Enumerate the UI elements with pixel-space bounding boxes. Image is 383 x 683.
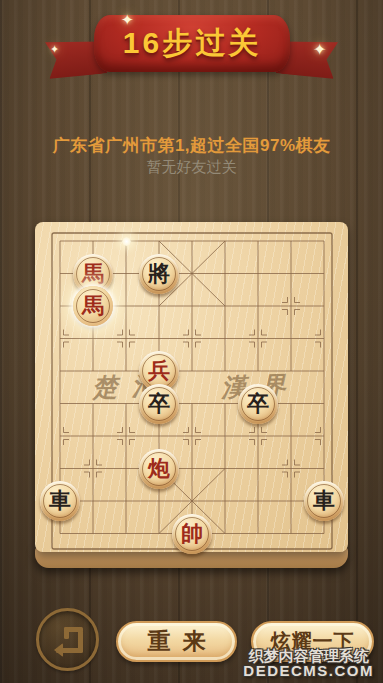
watermark-line1: 织梦内容管理系统 <box>243 648 374 663</box>
sparkle-icon: ✦ <box>50 43 59 56</box>
watermark: 织梦内容管理系统 DEDECMS.COM <box>243 648 374 678</box>
app-screen: 16步过关 ✦ ✦ ✦ 广东省广州市第1,超过全国97%棋友 暂无好友过关 楚 … <box>0 0 383 683</box>
sparkle-icon: ✦ <box>121 11 134 29</box>
watermark-line2: DEDECMS.COM <box>243 663 374 678</box>
restart-button[interactable]: 重来 <box>116 621 237 662</box>
piece-black-chariot[interactable]: 車 <box>40 481 80 521</box>
piece-black-soldier[interactable]: 卒 <box>139 384 179 424</box>
last-move-marker <box>122 237 131 246</box>
piece-black-general[interactable]: 將 <box>139 254 179 294</box>
level-banner-title: 16步过关 <box>123 23 261 64</box>
piece-black-soldier[interactable]: 卒 <box>238 384 278 424</box>
piece-red-general[interactable]: 帥 <box>172 514 212 554</box>
friends-status-text: 暂无好友过关 <box>0 158 383 177</box>
return-arrow-icon <box>53 627 83 653</box>
piece-red-horse[interactable]: 馬 <box>73 286 113 326</box>
xiangqi-board[interactable]: 楚 河 漢 界 馬將馬兵卒卒炮車車帥 <box>35 222 348 552</box>
back-button[interactable] <box>36 608 99 671</box>
piece-red-cannon[interactable]: 炮 <box>139 449 179 489</box>
piece-black-chariot[interactable]: 車 <box>304 481 344 521</box>
rank-text: 广东省广州市第1,超过全国97%棋友 <box>0 134 383 157</box>
sparkle-icon: ✦ <box>313 40 326 59</box>
